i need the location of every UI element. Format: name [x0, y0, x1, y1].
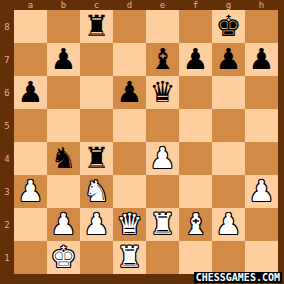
- square-b1[interactable]: ♚: [47, 241, 80, 274]
- rank-label-1: 1: [0, 241, 14, 274]
- file-label-b: b: [47, 0, 80, 10]
- square-a6[interactable]: ♟: [14, 76, 47, 109]
- square-c7[interactable]: [80, 43, 113, 76]
- square-b3[interactable]: [47, 175, 80, 208]
- black-rook-icon[interactable]: ♜: [80, 10, 113, 43]
- square-e7[interactable]: ♝: [146, 43, 179, 76]
- white-pawn-icon[interactable]: ♟: [212, 208, 245, 241]
- square-a5[interactable]: [14, 109, 47, 142]
- square-g1[interactable]: [212, 241, 245, 274]
- square-c8[interactable]: ♜: [80, 10, 113, 43]
- square-e5[interactable]: [146, 109, 179, 142]
- black-knight-icon[interactable]: ♞: [47, 142, 80, 175]
- square-c2[interactable]: ♟: [80, 208, 113, 241]
- black-pawn-icon[interactable]: ♟: [212, 43, 245, 76]
- square-d3[interactable]: [113, 175, 146, 208]
- square-a8[interactable]: [14, 10, 47, 43]
- file-label-f: f: [179, 0, 212, 10]
- white-rook-icon[interactable]: ♜: [146, 208, 179, 241]
- rank-label-6: 6: [0, 76, 14, 109]
- square-b8[interactable]: [47, 10, 80, 43]
- file-label-d: d: [113, 0, 146, 10]
- white-pawn-icon[interactable]: ♟: [146, 142, 179, 175]
- square-h4[interactable]: [245, 142, 278, 175]
- black-pawn-icon[interactable]: ♟: [245, 43, 278, 76]
- square-d2[interactable]: ♛: [113, 208, 146, 241]
- square-e1[interactable]: [146, 241, 179, 274]
- white-rook-icon[interactable]: ♜: [113, 241, 146, 274]
- rank-label-5: 5: [0, 109, 14, 142]
- black-pawn-icon[interactable]: ♟: [179, 43, 212, 76]
- square-f1[interactable]: [179, 241, 212, 274]
- square-a2[interactable]: [14, 208, 47, 241]
- square-c1[interactable]: [80, 241, 113, 274]
- square-f5[interactable]: [179, 109, 212, 142]
- rank-label-7: 7: [0, 43, 14, 76]
- white-king-icon[interactable]: ♚: [47, 241, 80, 274]
- square-e8[interactable]: [146, 10, 179, 43]
- square-g6[interactable]: [212, 76, 245, 109]
- black-pawn-icon[interactable]: ♟: [47, 43, 80, 76]
- square-a7[interactable]: [14, 43, 47, 76]
- square-a1[interactable]: [14, 241, 47, 274]
- rank-label-4: 4: [0, 142, 14, 175]
- square-d6[interactable]: ♟: [113, 76, 146, 109]
- square-h7[interactable]: ♟: [245, 43, 278, 76]
- white-pawn-icon[interactable]: ♟: [245, 175, 278, 208]
- square-b6[interactable]: [47, 76, 80, 109]
- chess-diagram: abcdefgh 87654321 ♜♚♟♝♟♟♟♟♟♛♞♜♟♟♞♟♟♟♛♜♝♟…: [0, 0, 284, 284]
- chessgames-watermark: CHESSGAMES.COM: [194, 272, 282, 283]
- square-g4[interactable]: [212, 142, 245, 175]
- white-pawn-icon[interactable]: ♟: [47, 208, 80, 241]
- square-d7[interactable]: [113, 43, 146, 76]
- square-b4[interactable]: ♞: [47, 142, 80, 175]
- square-f3[interactable]: [179, 175, 212, 208]
- black-queen-icon[interactable]: ♛: [146, 76, 179, 109]
- square-g3[interactable]: [212, 175, 245, 208]
- square-f8[interactable]: [179, 10, 212, 43]
- file-label-e: e: [146, 0, 179, 10]
- square-a3[interactable]: ♟: [14, 175, 47, 208]
- black-pawn-icon[interactable]: ♟: [14, 76, 47, 109]
- square-d1[interactable]: ♜: [113, 241, 146, 274]
- white-pawn-icon[interactable]: ♟: [14, 175, 47, 208]
- square-b7[interactable]: ♟: [47, 43, 80, 76]
- square-g8[interactable]: ♚: [212, 10, 245, 43]
- white-knight-icon[interactable]: ♞: [80, 175, 113, 208]
- square-c5[interactable]: [80, 109, 113, 142]
- square-h2[interactable]: [245, 208, 278, 241]
- file-label-a: a: [14, 0, 47, 10]
- square-f2[interactable]: ♝: [179, 208, 212, 241]
- square-f6[interactable]: [179, 76, 212, 109]
- square-g5[interactable]: [212, 109, 245, 142]
- square-f4[interactable]: [179, 142, 212, 175]
- rank-label-2: 2: [0, 208, 14, 241]
- black-pawn-icon[interactable]: ♟: [113, 76, 146, 109]
- square-b2[interactable]: ♟: [47, 208, 80, 241]
- square-e6[interactable]: ♛: [146, 76, 179, 109]
- square-c3[interactable]: ♞: [80, 175, 113, 208]
- square-h5[interactable]: [245, 109, 278, 142]
- square-e3[interactable]: [146, 175, 179, 208]
- square-b5[interactable]: [47, 109, 80, 142]
- square-a4[interactable]: [14, 142, 47, 175]
- rank-label-8: 8: [0, 10, 14, 43]
- black-rook-icon[interactable]: ♜: [80, 142, 113, 175]
- black-king-icon[interactable]: ♚: [212, 10, 245, 43]
- rank-labels: 87654321: [0, 10, 14, 274]
- file-label-h: h: [245, 0, 278, 10]
- square-g7[interactable]: ♟: [212, 43, 245, 76]
- square-h8[interactable]: [245, 10, 278, 43]
- square-d8[interactable]: [113, 10, 146, 43]
- square-d4[interactable]: [113, 142, 146, 175]
- square-h1[interactable]: [245, 241, 278, 274]
- square-e2[interactable]: ♜: [146, 208, 179, 241]
- white-queen-icon[interactable]: ♛: [113, 208, 146, 241]
- square-e4[interactable]: ♟: [146, 142, 179, 175]
- square-h3[interactable]: ♟: [245, 175, 278, 208]
- square-f7[interactable]: ♟: [179, 43, 212, 76]
- square-g2[interactable]: ♟: [212, 208, 245, 241]
- square-h6[interactable]: [245, 76, 278, 109]
- square-c4[interactable]: ♜: [80, 142, 113, 175]
- white-bishop-icon[interactable]: ♝: [179, 208, 212, 241]
- white-pawn-icon[interactable]: ♟: [80, 208, 113, 241]
- black-bishop-icon[interactable]: ♝: [146, 43, 179, 76]
- chess-board: ♜♚♟♝♟♟♟♟♟♛♞♜♟♟♞♟♟♟♛♜♝♟♚♜: [14, 10, 278, 274]
- square-c6[interactable]: [80, 76, 113, 109]
- rank-label-3: 3: [0, 175, 14, 208]
- square-d5[interactable]: [113, 109, 146, 142]
